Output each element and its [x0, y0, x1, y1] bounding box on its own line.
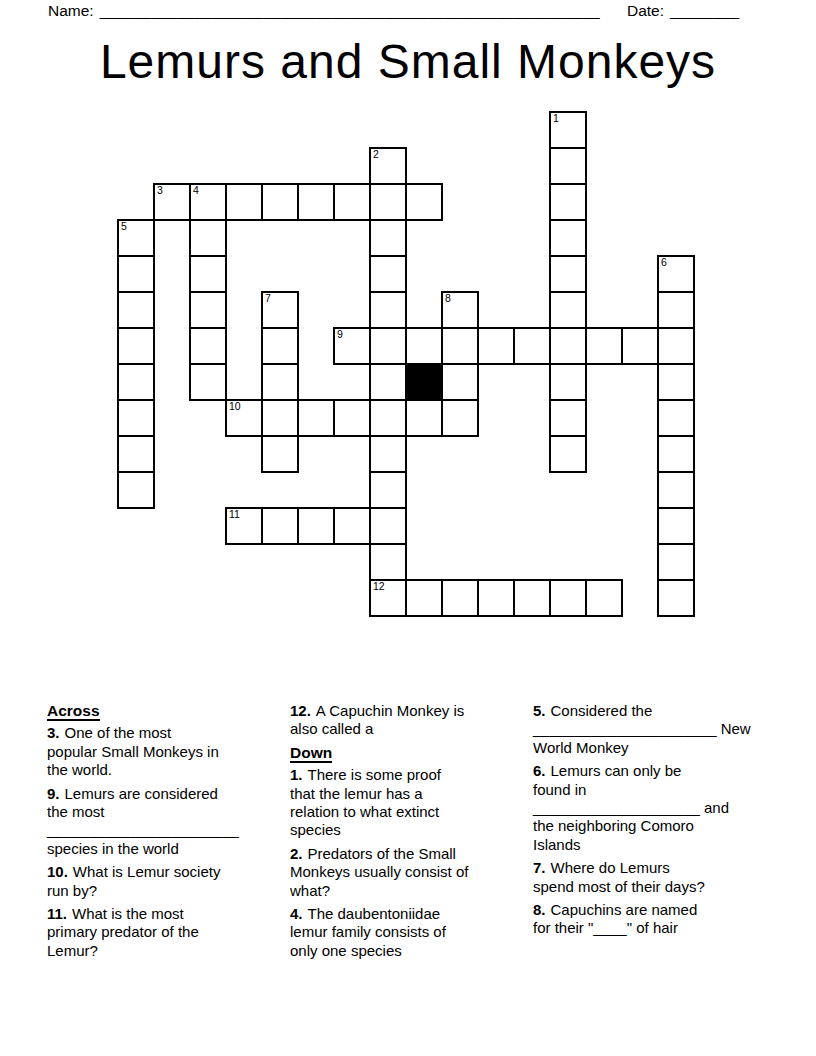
cell-number-4: 4	[193, 185, 199, 196]
answer-cell-r11c4[interactable]	[261, 507, 299, 545]
clue-number: 8.	[533, 901, 546, 918]
cell-number-10: 10	[229, 401, 241, 412]
name-field-row: Name: __________________________________…	[48, 2, 600, 20]
crossword-grid: 123456789101112	[117, 111, 697, 619]
answer-cell-r7c7[interactable]	[369, 363, 407, 401]
answer-cell-r13c10[interactable]	[477, 579, 515, 617]
answer-cell-r10c15[interactable]	[657, 471, 695, 509]
clue-number: 2.	[290, 845, 303, 862]
answer-cell-r8c4[interactable]	[261, 399, 299, 437]
across-heading-text: Across	[47, 702, 100, 721]
black-cell-r7c8	[405, 363, 443, 401]
cell-number-9: 9	[337, 329, 343, 340]
clue-text: There is some proof that the lemur has a…	[290, 766, 441, 838]
answer-cell-r2c12[interactable]	[549, 183, 587, 221]
answer-cell-r8c6[interactable]	[333, 399, 371, 437]
answer-cell-r10c0[interactable]	[117, 471, 155, 509]
answer-cell-r10c7[interactable]	[369, 471, 407, 509]
answer-cell-r3c2[interactable]	[189, 219, 227, 257]
answer-cell-r8c12[interactable]	[549, 399, 587, 437]
clue-number: 10.	[47, 863, 68, 880]
answer-cell-r6c10[interactable]	[477, 327, 515, 365]
answer-cell-r5c12[interactable]	[549, 291, 587, 329]
clues-column-3: 5.Considered the ______________________ …	[533, 702, 789, 943]
clue-text: Lemurs can only be found in ____________…	[533, 762, 729, 853]
clue-down-1: 1.There is some proof that the lemur has…	[290, 766, 528, 840]
across-heading: Across	[47, 702, 269, 720]
answer-cell-r8c9[interactable]	[441, 399, 479, 437]
answer-cell-r6c14[interactable]	[621, 327, 659, 365]
answer-cell-r12c7[interactable]	[369, 543, 407, 581]
date-label: Date:	[627, 2, 664, 20]
answer-cell-r4c2[interactable]	[189, 255, 227, 293]
answer-cell-r13c13[interactable]	[585, 579, 623, 617]
answer-cell-r3c7[interactable]	[369, 219, 407, 257]
answer-cell-r6c12[interactable]	[549, 327, 587, 365]
clue-number: 9.	[47, 785, 60, 802]
cell-number-3: 3	[157, 185, 163, 196]
clue-number: 12.	[290, 702, 311, 719]
answer-cell-r7c15[interactable]	[657, 363, 695, 401]
answer-cell-r4c7[interactable]	[369, 255, 407, 293]
clue-number: 6.	[533, 762, 546, 779]
answer-cell-r6c7[interactable]	[369, 327, 407, 365]
clue-down-4: 4.The daubentoniidae lemur family consis…	[290, 905, 528, 960]
cell-number-12: 12	[373, 581, 385, 592]
answer-cell-r6c2[interactable]	[189, 327, 227, 365]
clues-column-2: 12.A Capuchin Monkey is also called aDow…	[290, 702, 528, 965]
answer-cell-r7c12[interactable]	[549, 363, 587, 401]
clue-across-3: 3.One of the most popular Small Monkeys …	[47, 724, 269, 779]
answer-cell-r5c2[interactable]	[189, 291, 227, 329]
answer-cell-r2c6[interactable]	[333, 183, 371, 221]
answer-cell-r9c7[interactable]	[369, 435, 407, 473]
answer-cell-r8c5[interactable]	[297, 399, 335, 437]
clue-down-2: 2.Predators of the Small Monkeys usually…	[290, 845, 528, 900]
answer-cell-r7c9[interactable]	[441, 363, 479, 401]
clue-text: Lemurs are considered the most _________…	[47, 785, 239, 857]
clue-text: Capuchins are named for their "____" of …	[533, 901, 697, 936]
answer-cell-r7c2[interactable]	[189, 363, 227, 401]
clue-text: Predators of the Small Monkeys usually c…	[290, 845, 468, 899]
answer-cell-r4c12[interactable]	[549, 255, 587, 293]
clue-down-7: 7.Where do Lemurs spend most of their da…	[533, 859, 789, 896]
answer-cell-r3c12[interactable]	[549, 219, 587, 257]
clue-down-6: 6.Lemurs can only be found in __________…	[533, 762, 789, 854]
answer-cell-r6c0[interactable]	[117, 327, 155, 365]
cell-number-5: 5	[121, 221, 127, 232]
answer-cell-r12c15[interactable]	[657, 543, 695, 581]
answer-cell-r13c9[interactable]	[441, 579, 479, 617]
answer-cell-r2c7[interactable]	[369, 183, 407, 221]
clue-down-5: 5.Considered the ______________________ …	[533, 702, 789, 757]
answer-cell-r7c0[interactable]	[117, 363, 155, 401]
answer-cell-r9c0[interactable]	[117, 435, 155, 473]
answer-cell-r9c15[interactable]	[657, 435, 695, 473]
cell-number-7: 7	[265, 293, 271, 304]
cell-number-2: 2	[373, 149, 379, 160]
answer-cell-r6c4[interactable]	[261, 327, 299, 365]
answer-cell-r13c12[interactable]	[549, 579, 587, 617]
answer-cell-r13c8[interactable]	[405, 579, 443, 617]
clue-text: Considered the ______________________ Ne…	[533, 702, 751, 756]
answer-cell-r8c15[interactable]	[657, 399, 695, 437]
clue-text: A Capuchin Monkey is also called a	[290, 702, 464, 737]
date-blank-line: ________	[670, 2, 739, 20]
answer-cell-r7c4[interactable]	[261, 363, 299, 401]
answer-cell-r5c15[interactable]	[657, 291, 695, 329]
cell-number-1: 1	[553, 113, 559, 124]
answer-cell-r2c5[interactable]	[297, 183, 335, 221]
answer-cell-r8c0[interactable]	[117, 399, 155, 437]
answer-cell-r6c15[interactable]	[657, 327, 695, 365]
date-field-row: Date: ________	[627, 2, 739, 20]
clue-across-11: 11.What is the most primary predator of …	[47, 905, 269, 960]
clue-number: 11.	[47, 905, 67, 922]
down-heading-text: Down	[290, 744, 332, 763]
answer-cell-r11c5[interactable]	[297, 507, 335, 545]
name-blank-line: ________________________________________…	[100, 2, 600, 20]
clue-number: 7.	[533, 859, 546, 876]
clue-number: 4.	[290, 905, 303, 922]
answer-cell-r8c7[interactable]	[369, 399, 407, 437]
name-label: Name:	[48, 2, 94, 20]
clue-text: What is Lemur society run by?	[47, 863, 220, 898]
answer-cell-r6c8[interactable]	[405, 327, 443, 365]
answer-cell-r9c12[interactable]	[549, 435, 587, 473]
cell-number-11: 11	[229, 509, 240, 520]
page-title: Lemurs and Small Monkeys	[0, 34, 816, 90]
answer-cell-r6c11[interactable]	[513, 327, 551, 365]
down-heading: Down	[290, 744, 528, 762]
clue-number: 1.	[290, 766, 303, 783]
clues-column-1: Across3.One of the most popular Small Mo…	[47, 702, 269, 965]
answer-cell-r6c9[interactable]	[441, 327, 479, 365]
clue-across-12: 12.A Capuchin Monkey is also called a	[290, 702, 528, 739]
answer-cell-r2c3[interactable]	[225, 183, 263, 221]
clue-text: One of the most popular Small Monkeys in…	[47, 724, 219, 778]
cell-number-8: 8	[445, 293, 451, 304]
answer-cell-r6c13[interactable]	[585, 327, 623, 365]
answer-cell-r2c4[interactable]	[261, 183, 299, 221]
answer-cell-r11c15[interactable]	[657, 507, 695, 545]
answer-cell-r11c6[interactable]	[333, 507, 371, 545]
clue-text: What is the most primary predator of the…	[47, 905, 199, 959]
clue-number: 5.	[533, 702, 546, 719]
answer-cell-r13c11[interactable]	[513, 579, 551, 617]
answer-cell-r11c7[interactable]	[369, 507, 407, 545]
answer-cell-r13c15[interactable]	[657, 579, 695, 617]
answer-cell-r4c0[interactable]	[117, 255, 155, 293]
clue-number: 3.	[47, 724, 60, 741]
answer-cell-r8c8[interactable]	[405, 399, 443, 437]
answer-cell-r5c0[interactable]	[117, 291, 155, 329]
clue-text: The daubentoniidae lemur family consists…	[290, 905, 446, 959]
cell-number-6: 6	[661, 257, 667, 268]
answer-cell-r5c7[interactable]	[369, 291, 407, 329]
answer-cell-r2c8[interactable]	[405, 183, 443, 221]
clue-text: Where do Lemurs spend most of their days…	[533, 859, 705, 894]
clue-across-10: 10.What is Lemur society run by?	[47, 863, 269, 900]
answer-cell-r9c4[interactable]	[261, 435, 299, 473]
answer-cell-r1c12[interactable]	[549, 147, 587, 185]
clue-across-9: 9.Lemurs are considered the most _______…	[47, 785, 269, 859]
clue-down-8: 8.Capuchins are named for their "____" o…	[533, 901, 789, 938]
